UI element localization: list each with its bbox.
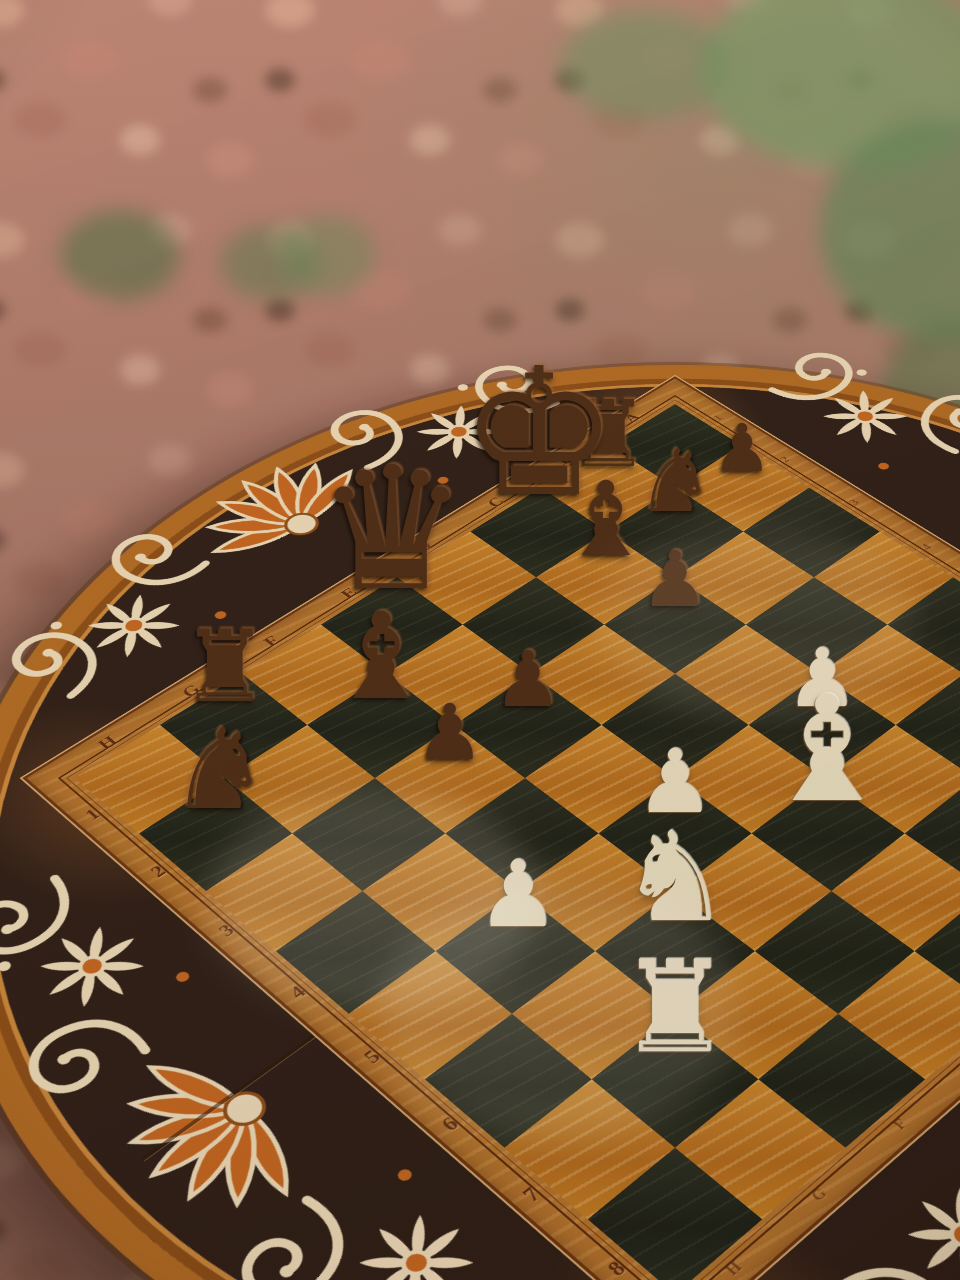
photo-of-chess-board: { "game": "chess", "scene": { "descripti…	[0, 0, 960, 1280]
pawn-glyph: ♟	[400, 691, 501, 775]
piece-cream-rook-g7[interactable]: ♜	[592, 938, 758, 1076]
pawn-glyph: ♟	[625, 538, 726, 622]
piece-brown-pawn-c3[interactable]: ♟	[625, 538, 726, 622]
knight-glyph: ♞	[146, 708, 292, 830]
bishop-glyph: ♝	[731, 670, 923, 830]
pawn-glyph: ♟	[458, 845, 578, 945]
piece-cream-pawn-g5[interactable]: ♟	[458, 845, 578, 945]
piece-cream-bishop-d6[interactable]: ♝	[731, 670, 923, 830]
piece-cream-knight-f6[interactable]: ♞	[594, 810, 756, 945]
piece-brown-knight-h2[interactable]: ♞	[146, 708, 292, 830]
rook-glyph: ♜	[592, 938, 758, 1076]
piece-brown-pawn-f3[interactable]: ♟	[400, 691, 501, 775]
pieces-layer: ♜♟♚♞♝♛♟♜♝♟♟♟♞♝♟♞♟♜	[0, 0, 960, 1280]
knight-glyph: ♞	[594, 810, 756, 945]
